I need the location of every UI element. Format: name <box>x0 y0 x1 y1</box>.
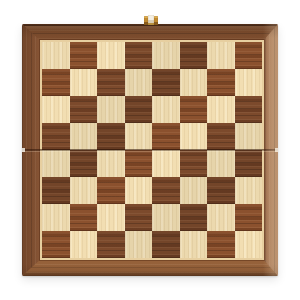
board-square <box>180 96 208 123</box>
board-square <box>97 231 125 258</box>
brass-clasp-latch <box>144 15 158 25</box>
board-square <box>207 150 235 177</box>
board-square <box>125 231 153 258</box>
board-square <box>97 42 125 69</box>
hinge-notch-left <box>22 148 25 152</box>
board-square <box>152 69 180 96</box>
board-square <box>152 123 180 150</box>
board-square <box>152 231 180 258</box>
board-square <box>125 123 153 150</box>
board-square <box>97 123 125 150</box>
board-square <box>125 96 153 123</box>
board-square <box>235 177 263 204</box>
board-square <box>180 69 208 96</box>
board-square <box>235 150 263 177</box>
board-square <box>97 204 125 231</box>
board-square <box>70 96 98 123</box>
board-square <box>235 96 263 123</box>
board-square <box>235 231 263 258</box>
board-square <box>152 150 180 177</box>
board-square <box>152 204 180 231</box>
board-square <box>180 204 208 231</box>
board-square <box>207 204 235 231</box>
board-square <box>42 42 70 69</box>
board-square <box>125 69 153 96</box>
board-square <box>42 96 70 123</box>
board-square <box>152 96 180 123</box>
board-square <box>97 96 125 123</box>
hinge-notch-right <box>275 148 278 152</box>
board-square <box>235 42 263 69</box>
board-square <box>42 150 70 177</box>
board-square <box>207 177 235 204</box>
board-square <box>235 204 263 231</box>
frame-bottom-rail <box>22 258 278 276</box>
board-square <box>207 231 235 258</box>
board-square <box>70 42 98 69</box>
board-square <box>70 69 98 96</box>
board-square <box>42 123 70 150</box>
board-square <box>235 123 263 150</box>
board-square <box>70 123 98 150</box>
hinge-fold-seam <box>22 149 278 152</box>
board-square <box>125 42 153 69</box>
folding-chess-box <box>22 24 278 276</box>
board-square <box>152 177 180 204</box>
board-square <box>97 69 125 96</box>
board-square <box>152 42 180 69</box>
board-square <box>180 123 208 150</box>
board-square <box>97 177 125 204</box>
board-square <box>207 96 235 123</box>
board-square <box>125 150 153 177</box>
board-square <box>42 231 70 258</box>
board-square <box>97 150 125 177</box>
board-square <box>207 69 235 96</box>
board-square <box>42 177 70 204</box>
clasp-right-plate <box>154 16 158 25</box>
board-square <box>235 69 263 96</box>
board-square <box>42 204 70 231</box>
board-square <box>70 231 98 258</box>
board-square <box>70 204 98 231</box>
board-square <box>180 231 208 258</box>
board-square <box>180 177 208 204</box>
board-square <box>207 42 235 69</box>
board-square <box>70 177 98 204</box>
board-square <box>42 69 70 96</box>
board-square <box>180 150 208 177</box>
board-square <box>180 42 208 69</box>
board-square <box>125 177 153 204</box>
board-square <box>125 204 153 231</box>
board-square <box>70 150 98 177</box>
board-square <box>207 123 235 150</box>
product-photo <box>0 0 300 300</box>
